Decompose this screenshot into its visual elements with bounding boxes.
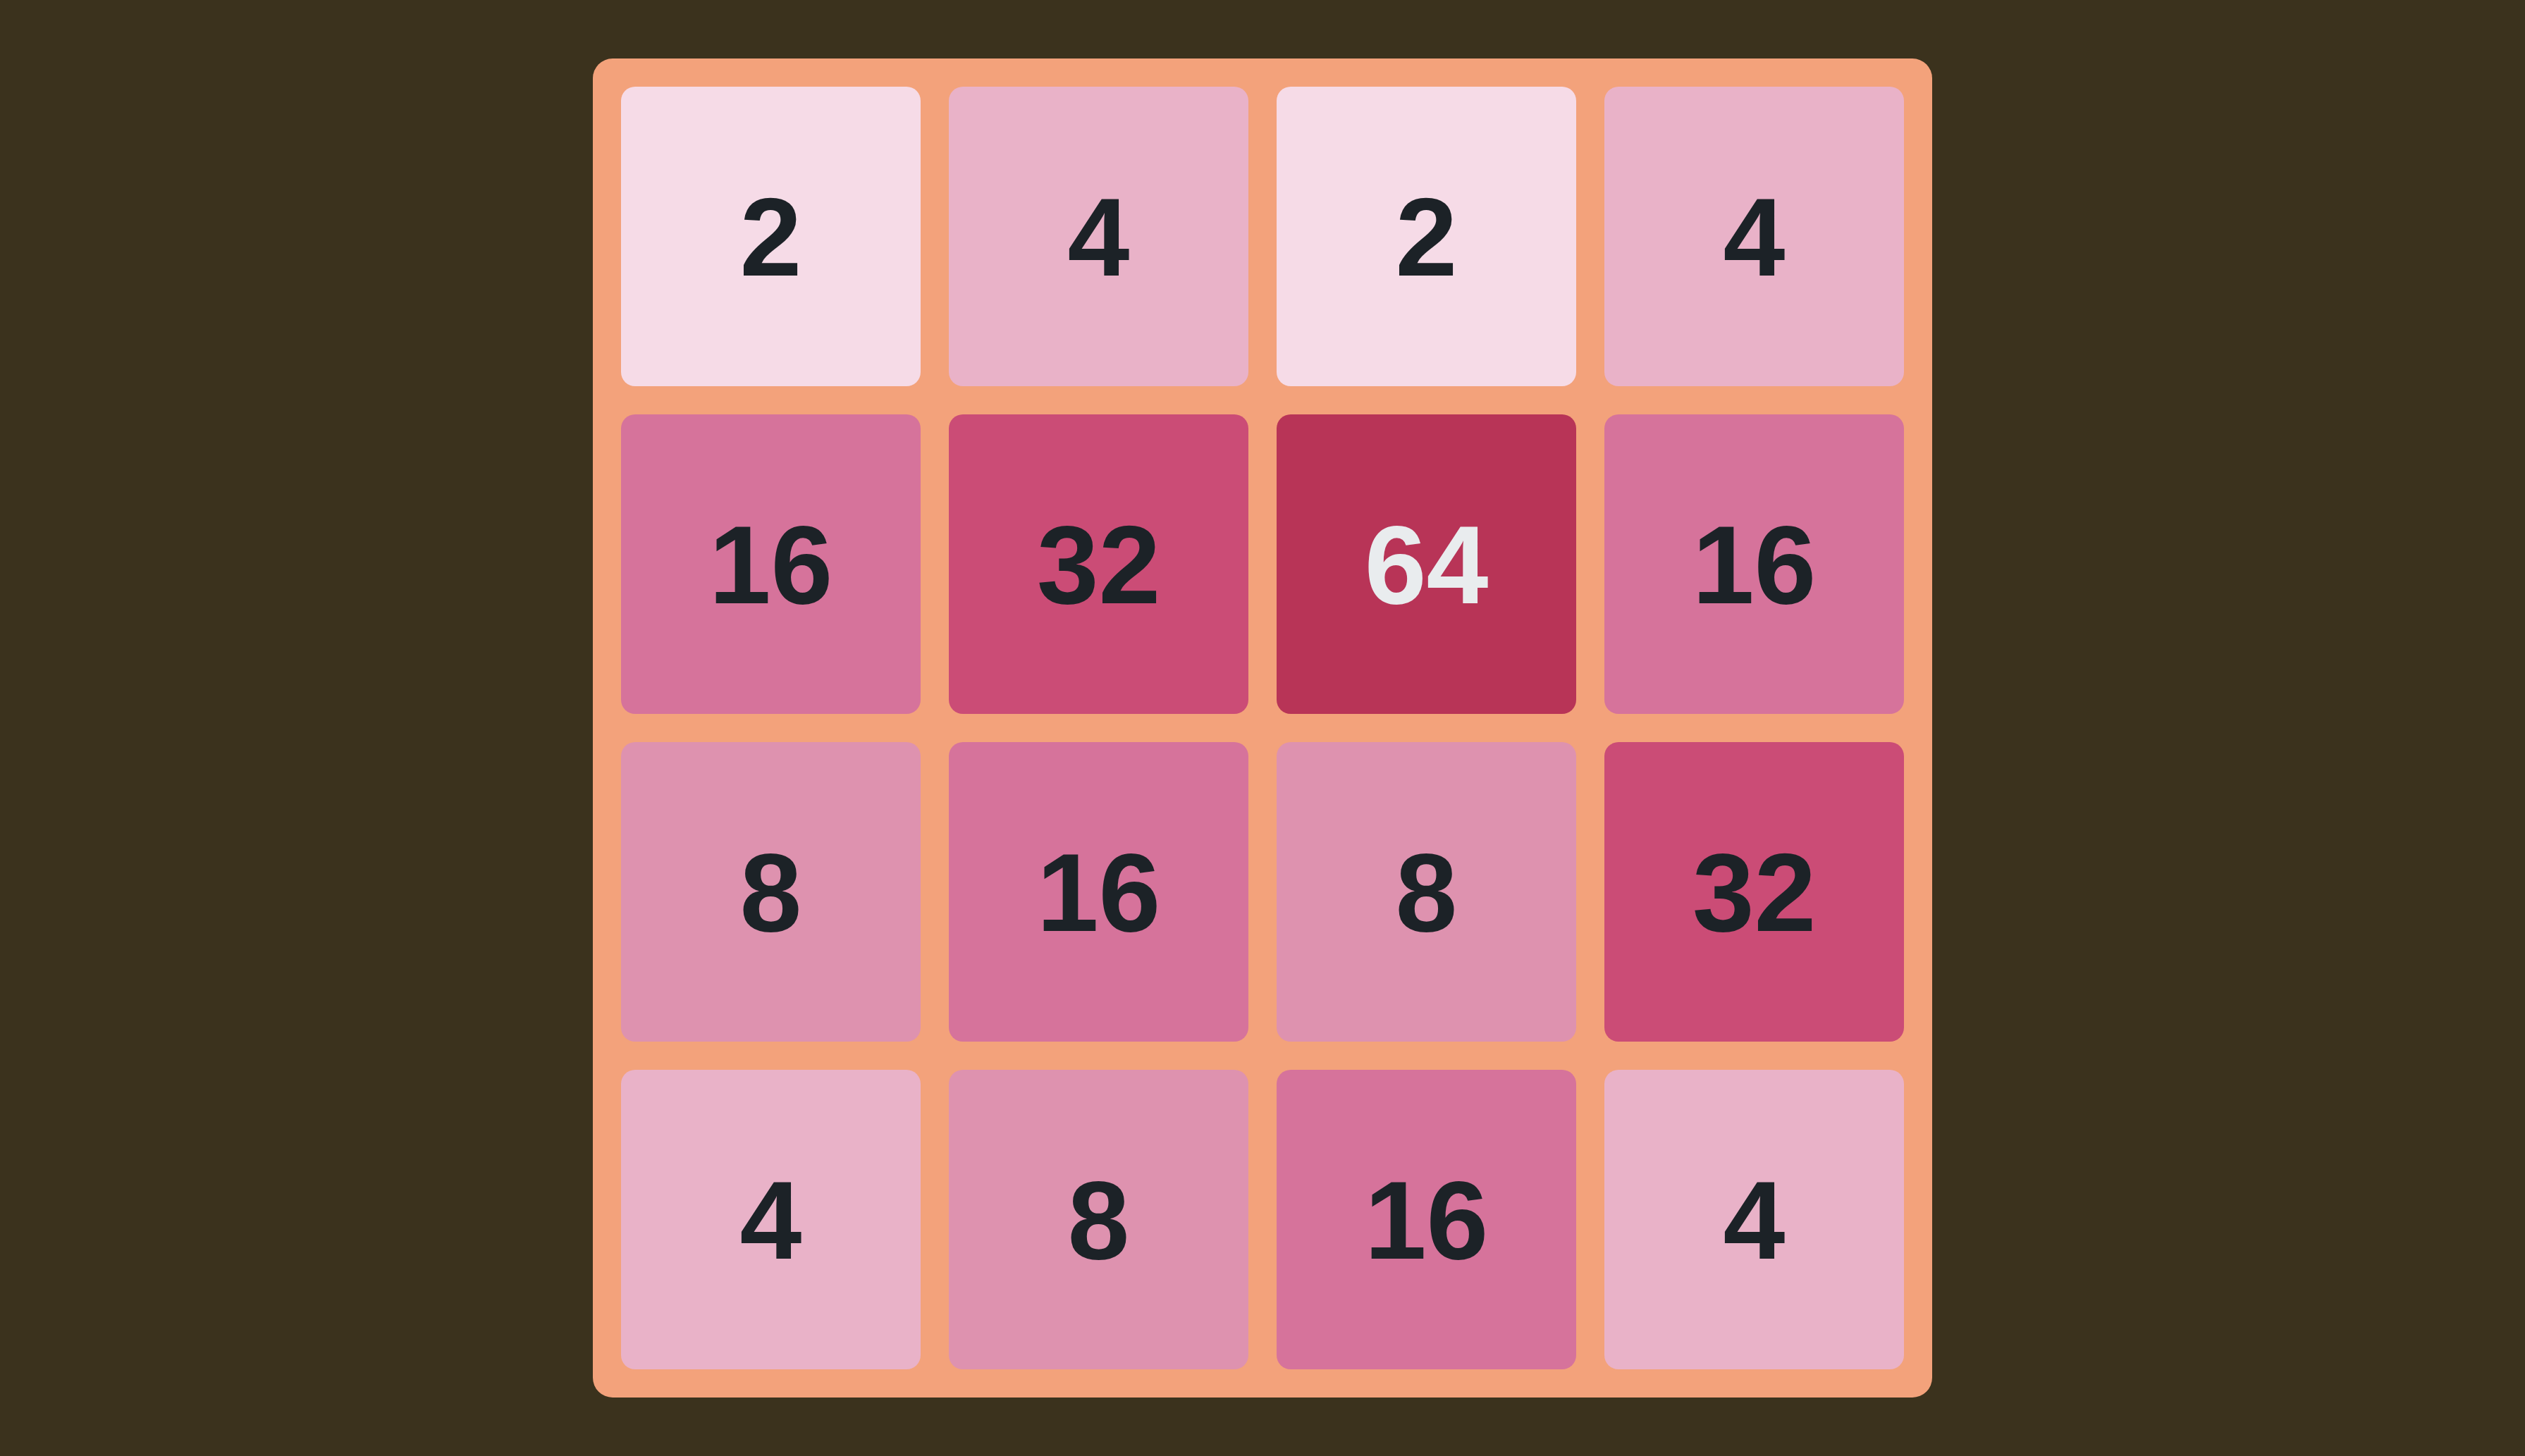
- tile-r4c2: 8: [949, 1070, 1248, 1369]
- tile-r1c4: 4: [1604, 87, 1904, 386]
- page-background: 24241632641681683248164: [0, 0, 2525, 1456]
- tile-r4c1: 4: [621, 1070, 921, 1369]
- tile-r1c3: 2: [1277, 87, 1576, 386]
- tile-r4c4: 4: [1604, 1070, 1904, 1369]
- tile-r3c2: 16: [949, 742, 1248, 1042]
- tile-r2c4: 16: [1604, 414, 1904, 714]
- tile-r2c1: 16: [621, 414, 921, 714]
- tile-r3c4: 32: [1604, 742, 1904, 1042]
- tile-r2c3: 64: [1277, 414, 1576, 714]
- tile-r3c3: 8: [1277, 742, 1576, 1042]
- tile-r2c2: 32: [949, 414, 1248, 714]
- tile-r3c1: 8: [621, 742, 921, 1042]
- game-board-2048[interactable]: 24241632641681683248164: [593, 58, 1932, 1398]
- tile-r1c2: 4: [949, 87, 1248, 386]
- tile-r1c1: 2: [621, 87, 921, 386]
- tile-r4c3: 16: [1277, 1070, 1576, 1369]
